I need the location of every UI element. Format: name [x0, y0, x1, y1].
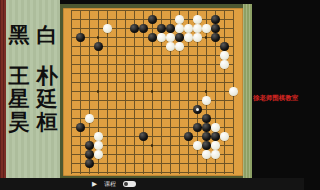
intersection[interactable] — [220, 141, 229, 150]
intersection[interactable] — [148, 105, 157, 114]
intersection[interactable] — [157, 24, 166, 33]
intersection[interactable] — [139, 96, 148, 105]
intersection[interactable] — [220, 42, 229, 51]
intersection[interactable] — [130, 159, 139, 168]
intersection[interactable] — [202, 42, 211, 51]
intersection[interactable] — [220, 24, 229, 33]
intersection[interactable] — [121, 159, 130, 168]
intersection[interactable] — [202, 51, 211, 60]
intersection[interactable] — [76, 15, 85, 24]
intersection[interactable] — [202, 114, 211, 123]
intersection[interactable] — [166, 114, 175, 123]
intersection[interactable] — [85, 24, 94, 33]
intersection[interactable] — [175, 78, 184, 87]
intersection[interactable] — [175, 141, 184, 150]
intersection[interactable] — [139, 42, 148, 51]
intersection[interactable] — [139, 24, 148, 33]
intersection[interactable] — [202, 150, 211, 159]
intersection[interactable] — [67, 24, 76, 33]
intersection[interactable] — [184, 168, 193, 177]
intersection[interactable] — [94, 69, 103, 78]
intersection[interactable] — [211, 141, 220, 150]
intersection[interactable] — [175, 6, 184, 15]
intersection[interactable] — [211, 96, 220, 105]
intersection[interactable] — [193, 168, 202, 177]
intersection[interactable] — [67, 105, 76, 114]
intersection[interactable] — [220, 6, 229, 15]
intersection[interactable] — [139, 114, 148, 123]
intersection[interactable] — [130, 51, 139, 60]
intersection[interactable] — [121, 6, 130, 15]
intersection[interactable] — [184, 96, 193, 105]
intersection[interactable] — [148, 42, 157, 51]
intersection[interactable] — [85, 15, 94, 24]
intersection[interactable] — [202, 33, 211, 42]
intersection[interactable] — [157, 150, 166, 159]
intersection[interactable] — [157, 6, 166, 15]
intersection[interactable] — [229, 42, 238, 51]
intersection[interactable] — [139, 33, 148, 42]
intersection[interactable] — [94, 105, 103, 114]
intersection[interactable] — [166, 24, 175, 33]
intersection[interactable] — [85, 33, 94, 42]
intersection[interactable] — [202, 168, 211, 177]
intersection[interactable] — [121, 15, 130, 24]
intersection[interactable] — [121, 78, 130, 87]
intersection[interactable] — [166, 141, 175, 150]
intersection[interactable] — [184, 150, 193, 159]
intersection[interactable] — [229, 6, 238, 15]
intersection[interactable] — [76, 42, 85, 51]
intersection[interactable] — [112, 105, 121, 114]
intersection[interactable] — [148, 51, 157, 60]
intersection[interactable] — [130, 105, 139, 114]
intersection[interactable] — [202, 24, 211, 33]
intersection[interactable] — [211, 24, 220, 33]
intersection[interactable] — [148, 150, 157, 159]
intersection[interactable] — [103, 24, 112, 33]
intersection[interactable] — [121, 123, 130, 132]
intersection[interactable] — [229, 24, 238, 33]
intersection[interactable] — [175, 150, 184, 159]
intersection[interactable] — [157, 105, 166, 114]
intersection[interactable] — [67, 114, 76, 123]
intersection[interactable] — [112, 123, 121, 132]
intersection[interactable] — [112, 96, 121, 105]
intersection[interactable] — [139, 123, 148, 132]
intersection[interactable] — [166, 6, 175, 15]
intersection[interactable] — [229, 123, 238, 132]
intersection[interactable] — [67, 159, 76, 168]
intersection[interactable] — [211, 150, 220, 159]
intersection[interactable] — [76, 78, 85, 87]
intersection[interactable] — [220, 69, 229, 78]
intersection[interactable] — [166, 105, 175, 114]
intersection[interactable] — [175, 132, 184, 141]
intersection[interactable] — [184, 51, 193, 60]
intersection[interactable] — [193, 87, 202, 96]
intersection[interactable] — [103, 60, 112, 69]
intersection[interactable] — [202, 132, 211, 141]
intersection[interactable] — [220, 15, 229, 24]
intersection[interactable] — [202, 141, 211, 150]
intersection[interactable] — [229, 150, 238, 159]
intersection[interactable] — [121, 168, 130, 177]
intersection[interactable] — [85, 96, 94, 105]
intersection[interactable] — [211, 123, 220, 132]
intersection[interactable] — [157, 87, 166, 96]
intersection[interactable] — [103, 150, 112, 159]
intersection[interactable] — [67, 42, 76, 51]
intersection[interactable] — [130, 150, 139, 159]
intersection[interactable] — [76, 123, 85, 132]
intersection[interactable] — [148, 132, 157, 141]
intersection[interactable] — [121, 51, 130, 60]
intersection[interactable] — [85, 132, 94, 141]
intersection[interactable] — [166, 150, 175, 159]
intersection[interactable] — [184, 159, 193, 168]
intersection[interactable] — [229, 33, 238, 42]
intersection[interactable] — [175, 42, 184, 51]
intersection[interactable] — [67, 141, 76, 150]
intersection[interactable] — [193, 15, 202, 24]
intersection[interactable] — [211, 42, 220, 51]
intersection[interactable] — [193, 78, 202, 87]
intersection[interactable] — [202, 6, 211, 15]
intersection[interactable] — [211, 51, 220, 60]
intersection[interactable] — [103, 87, 112, 96]
intersection[interactable] — [121, 42, 130, 51]
intersection[interactable] — [85, 141, 94, 150]
intersection[interactable] — [139, 87, 148, 96]
intersection[interactable] — [112, 69, 121, 78]
intersection[interactable] — [148, 60, 157, 69]
intersection[interactable] — [202, 60, 211, 69]
intersection[interactable] — [94, 159, 103, 168]
intersection[interactable] — [67, 78, 76, 87]
intersection[interactable] — [130, 15, 139, 24]
intersection[interactable] — [229, 141, 238, 150]
intersection[interactable] — [166, 69, 175, 78]
intersection[interactable] — [85, 123, 94, 132]
intersection[interactable] — [193, 6, 202, 15]
intersection[interactable] — [175, 60, 184, 69]
intersection[interactable] — [94, 123, 103, 132]
intersection[interactable] — [76, 33, 85, 42]
intersection[interactable] — [76, 69, 85, 78]
intersection[interactable] — [103, 15, 112, 24]
intersection[interactable] — [76, 105, 85, 114]
intersection[interactable] — [148, 123, 157, 132]
intersection[interactable] — [139, 105, 148, 114]
intersection[interactable] — [85, 150, 94, 159]
intersection[interactable] — [229, 87, 238, 96]
intersection[interactable] — [112, 78, 121, 87]
intersection[interactable] — [184, 15, 193, 24]
intersection[interactable] — [184, 87, 193, 96]
intersection[interactable] — [130, 141, 139, 150]
intersection[interactable] — [193, 60, 202, 69]
intersection[interactable] — [157, 114, 166, 123]
intersection[interactable] — [157, 78, 166, 87]
intersection[interactable] — [220, 33, 229, 42]
intersection[interactable] — [211, 168, 220, 177]
intersection[interactable] — [130, 6, 139, 15]
intersection[interactable] — [193, 51, 202, 60]
intersection[interactable] — [139, 69, 148, 78]
intersection[interactable] — [85, 78, 94, 87]
intersection[interactable] — [139, 6, 148, 15]
board-intersections[interactable] — [67, 6, 238, 177]
intersection[interactable] — [157, 33, 166, 42]
intersection[interactable] — [184, 78, 193, 87]
intersection[interactable] — [175, 123, 184, 132]
intersection[interactable] — [130, 123, 139, 132]
intersection[interactable] — [211, 33, 220, 42]
intersection[interactable] — [229, 96, 238, 105]
intersection[interactable] — [148, 114, 157, 123]
intersection[interactable] — [148, 69, 157, 78]
intersection[interactable] — [112, 6, 121, 15]
intersection[interactable] — [184, 69, 193, 78]
intersection[interactable] — [184, 114, 193, 123]
intersection[interactable] — [193, 96, 202, 105]
intersection[interactable] — [148, 33, 157, 42]
intersection[interactable] — [157, 51, 166, 60]
intersection[interactable] — [175, 114, 184, 123]
intersection[interactable] — [193, 42, 202, 51]
intersection[interactable] — [76, 114, 85, 123]
intersection[interactable] — [94, 78, 103, 87]
intersection[interactable] — [67, 123, 76, 132]
intersection[interactable] — [202, 159, 211, 168]
intersection[interactable] — [166, 51, 175, 60]
intersection[interactable] — [139, 60, 148, 69]
intersection[interactable] — [157, 69, 166, 78]
intersection[interactable] — [184, 24, 193, 33]
intersection[interactable] — [211, 15, 220, 24]
intersection[interactable] — [211, 105, 220, 114]
intersection[interactable] — [139, 168, 148, 177]
intersection[interactable] — [103, 33, 112, 42]
intersection[interactable] — [148, 141, 157, 150]
intersection[interactable] — [103, 51, 112, 60]
intersection[interactable] — [211, 87, 220, 96]
intersection[interactable] — [112, 114, 121, 123]
intersection[interactable] — [130, 60, 139, 69]
intersection[interactable] — [121, 60, 130, 69]
intersection[interactable] — [76, 132, 85, 141]
intersection[interactable] — [157, 159, 166, 168]
mode-label[interactable]: 课程 — [104, 178, 116, 190]
intersection[interactable] — [148, 6, 157, 15]
intersection[interactable] — [112, 150, 121, 159]
intersection[interactable] — [76, 141, 85, 150]
intersection[interactable] — [148, 24, 157, 33]
intersection[interactable] — [67, 33, 76, 42]
intersection[interactable] — [148, 15, 157, 24]
intersection[interactable] — [121, 150, 130, 159]
intersection[interactable] — [202, 87, 211, 96]
intersection[interactable] — [85, 6, 94, 15]
intersection[interactable] — [94, 42, 103, 51]
intersection[interactable] — [139, 132, 148, 141]
intersection[interactable] — [67, 150, 76, 159]
intersection[interactable] — [193, 141, 202, 150]
intersection[interactable] — [112, 42, 121, 51]
intersection[interactable] — [103, 6, 112, 15]
intersection[interactable] — [166, 78, 175, 87]
intersection[interactable] — [139, 51, 148, 60]
intersection[interactable] — [166, 87, 175, 96]
intersection[interactable] — [67, 6, 76, 15]
intersection[interactable] — [130, 87, 139, 96]
intersection[interactable] — [121, 87, 130, 96]
intersection[interactable] — [184, 42, 193, 51]
intersection[interactable] — [94, 168, 103, 177]
intersection[interactable] — [202, 105, 211, 114]
intersection[interactable] — [85, 159, 94, 168]
intersection[interactable] — [211, 159, 220, 168]
intersection[interactable] — [67, 15, 76, 24]
play-icon[interactable]: ▶ — [92, 178, 97, 190]
intersection[interactable] — [67, 87, 76, 96]
intersection[interactable] — [85, 51, 94, 60]
intersection[interactable] — [139, 78, 148, 87]
intersection[interactable] — [229, 69, 238, 78]
intersection[interactable] — [76, 24, 85, 33]
intersection[interactable] — [166, 15, 175, 24]
intersection[interactable] — [157, 15, 166, 24]
intersection[interactable] — [85, 60, 94, 69]
intersection[interactable] — [103, 78, 112, 87]
intersection[interactable] — [121, 24, 130, 33]
intersection[interactable] — [175, 24, 184, 33]
intersection[interactable] — [148, 87, 157, 96]
intersection[interactable] — [220, 60, 229, 69]
intersection[interactable] — [76, 96, 85, 105]
intersection[interactable] — [229, 60, 238, 69]
intersection[interactable] — [76, 60, 85, 69]
intersection[interactable] — [130, 24, 139, 33]
intersection[interactable] — [157, 123, 166, 132]
intersection[interactable] — [220, 168, 229, 177]
intersection[interactable] — [166, 42, 175, 51]
intersection[interactable] — [76, 87, 85, 96]
intersection[interactable] — [130, 114, 139, 123]
intersection[interactable] — [130, 78, 139, 87]
intersection[interactable] — [229, 114, 238, 123]
intersection[interactable] — [220, 105, 229, 114]
intersection[interactable] — [130, 168, 139, 177]
intersection[interactable] — [193, 150, 202, 159]
intersection[interactable] — [157, 42, 166, 51]
intersection[interactable] — [193, 69, 202, 78]
intersection[interactable] — [67, 168, 76, 177]
intersection[interactable] — [193, 159, 202, 168]
intersection[interactable] — [175, 69, 184, 78]
intersection[interactable] — [94, 150, 103, 159]
intersection[interactable] — [166, 123, 175, 132]
intersection[interactable] — [148, 96, 157, 105]
intersection[interactable] — [166, 96, 175, 105]
intersection[interactable] — [67, 96, 76, 105]
intersection[interactable] — [121, 141, 130, 150]
intersection[interactable] — [94, 141, 103, 150]
intersection[interactable] — [112, 168, 121, 177]
intersection[interactable] — [220, 78, 229, 87]
go-board[interactable] — [63, 8, 243, 176]
intersection[interactable] — [67, 60, 76, 69]
intersection[interactable] — [121, 33, 130, 42]
intersection[interactable] — [157, 141, 166, 150]
intersection[interactable] — [184, 132, 193, 141]
intersection[interactable] — [175, 87, 184, 96]
intersection[interactable] — [103, 69, 112, 78]
intersection[interactable] — [175, 96, 184, 105]
intersection[interactable] — [220, 96, 229, 105]
intersection[interactable] — [148, 168, 157, 177]
mode-toggle[interactable] — [123, 181, 136, 187]
intersection[interactable] — [130, 132, 139, 141]
intersection[interactable] — [94, 15, 103, 24]
intersection[interactable] — [220, 150, 229, 159]
intersection[interactable] — [85, 42, 94, 51]
intersection[interactable] — [193, 105, 202, 114]
intersection[interactable] — [94, 24, 103, 33]
intersection[interactable] — [148, 78, 157, 87]
intersection[interactable] — [229, 159, 238, 168]
intersection[interactable] — [94, 33, 103, 42]
intersection[interactable] — [94, 132, 103, 141]
intersection[interactable] — [112, 132, 121, 141]
intersection[interactable] — [112, 141, 121, 150]
intersection[interactable] — [211, 78, 220, 87]
intersection[interactable] — [139, 159, 148, 168]
intersection[interactable] — [121, 69, 130, 78]
intersection[interactable] — [175, 105, 184, 114]
intersection[interactable] — [229, 51, 238, 60]
intersection[interactable] — [202, 96, 211, 105]
intersection[interactable] — [67, 51, 76, 60]
intersection[interactable] — [166, 159, 175, 168]
intersection[interactable] — [94, 87, 103, 96]
intersection[interactable] — [112, 33, 121, 42]
intersection[interactable] — [193, 123, 202, 132]
intersection[interactable] — [112, 24, 121, 33]
intersection[interactable] — [76, 6, 85, 15]
intersection[interactable] — [85, 87, 94, 96]
intersection[interactable] — [211, 60, 220, 69]
intersection[interactable] — [229, 78, 238, 87]
intersection[interactable] — [202, 15, 211, 24]
intersection[interactable] — [121, 105, 130, 114]
intersection[interactable] — [193, 33, 202, 42]
intersection[interactable] — [166, 33, 175, 42]
intersection[interactable] — [184, 33, 193, 42]
intersection[interactable] — [130, 33, 139, 42]
intersection[interactable] — [103, 159, 112, 168]
intersection[interactable] — [157, 96, 166, 105]
intersection[interactable] — [139, 141, 148, 150]
intersection[interactable] — [130, 42, 139, 51]
intersection[interactable] — [220, 114, 229, 123]
intersection[interactable] — [103, 42, 112, 51]
intersection[interactable] — [184, 6, 193, 15]
intersection[interactable] — [184, 123, 193, 132]
intersection[interactable] — [202, 123, 211, 132]
intersection[interactable] — [103, 96, 112, 105]
